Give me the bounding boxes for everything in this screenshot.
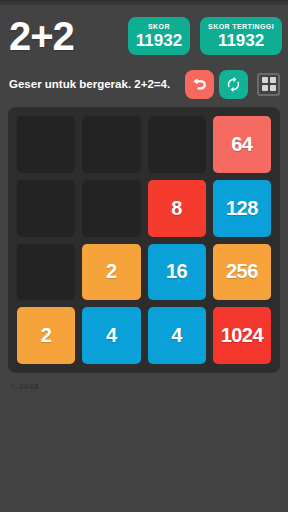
grid-size-button[interactable]	[257, 73, 280, 96]
tile-4: 4	[82, 307, 140, 364]
toolbar: Geser untuk bergerak. 2+2=4.	[0, 69, 288, 99]
tile-1024: 1024	[213, 307, 271, 364]
score-value: 11932	[136, 31, 182, 50]
score-panel: SKOR 11932 SKOR TERTINGGI 11932	[128, 17, 282, 55]
best-score-label: SKOR TERTINGGI	[208, 23, 274, 30]
empty-cell	[148, 116, 206, 173]
refresh-arrows-icon	[225, 76, 242, 93]
app-title: 2+2	[9, 14, 74, 58]
tile-4: 4	[148, 307, 206, 364]
empty-cell	[82, 180, 140, 237]
restart-button[interactable]	[219, 70, 248, 99]
score-label: SKOR	[136, 23, 182, 30]
best-score-box: SKOR TERTINGGI 11932	[200, 17, 282, 55]
tile-256: 256	[213, 244, 271, 301]
tile-2: 2	[82, 244, 140, 301]
undo-arrow-icon	[191, 76, 208, 93]
empty-cell	[17, 116, 75, 173]
instruction-text: Geser untuk bergerak. 2+2=4.	[9, 78, 180, 90]
tile-2: 2	[17, 307, 75, 364]
undo-button[interactable]	[185, 70, 214, 99]
best-score-value: 11932	[208, 31, 274, 50]
tile-128: 128	[213, 180, 271, 237]
app-screen: 2+2 SKOR 11932 SKOR TERTINGGI 11932 Gese…	[0, 0, 288, 512]
tile-8: 8	[148, 180, 206, 237]
tile-16: 16	[148, 244, 206, 301]
empty-cell	[17, 180, 75, 237]
header: 2+2 SKOR 11932 SKOR TERTINGGI 11932	[0, 12, 288, 60]
grid-2x2-icon	[262, 77, 276, 91]
score-box: SKOR 11932	[128, 17, 190, 55]
copyright-text: © 2048	[10, 382, 288, 391]
empty-cell	[82, 116, 140, 173]
game-board[interactable]: 6481282162562441024	[8, 107, 280, 373]
status-bar	[0, 0, 288, 5]
empty-cell	[17, 244, 75, 301]
tile-64: 64	[213, 116, 271, 173]
